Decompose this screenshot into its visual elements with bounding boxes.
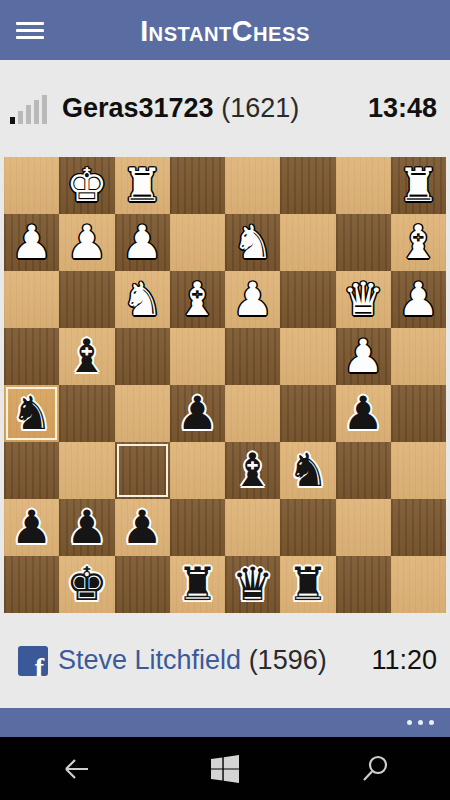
board-square[interactable]	[391, 556, 446, 613]
white-p-piece[interactable]: ♟	[336, 328, 391, 385]
board-square[interactable]: ♛	[225, 556, 280, 613]
board-square[interactable]	[336, 214, 391, 271]
board-square[interactable]: ♝	[225, 442, 280, 499]
signal-strength-icon	[10, 94, 50, 124]
board-square[interactable]: ♟	[115, 214, 170, 271]
board-square[interactable]	[225, 328, 280, 385]
board-square[interactable]	[170, 328, 225, 385]
board-square[interactable]	[336, 556, 391, 613]
white-p-piece[interactable]: ♟	[4, 214, 59, 271]
board-square[interactable]	[280, 271, 335, 328]
board-square[interactable]	[170, 499, 225, 556]
board-square[interactable]	[225, 499, 280, 556]
black-p-piece[interactable]: ♟	[4, 499, 59, 556]
white-p-piece[interactable]: ♟	[391, 271, 446, 328]
board-square[interactable]	[280, 499, 335, 556]
phone-nav-bar	[0, 737, 450, 800]
windows-start-button[interactable]	[150, 755, 300, 783]
top-player-name: Geras31723 (1621)	[62, 93, 299, 124]
board-square[interactable]: ♟	[115, 499, 170, 556]
black-r-piece[interactable]: ♜	[280, 556, 335, 613]
black-p-piece[interactable]: ♟	[115, 499, 170, 556]
white-q-piece[interactable]: ♛	[336, 271, 391, 328]
app-command-bar	[0, 708, 450, 737]
board-square[interactable]: ♟	[225, 271, 280, 328]
board-square[interactable]: ♝	[59, 328, 114, 385]
black-p-piece[interactable]: ♟	[170, 385, 225, 442]
search-icon	[359, 753, 391, 785]
board-square[interactable]	[336, 442, 391, 499]
board-square[interactable]: ♜	[391, 157, 446, 214]
board-square[interactable]: ♚	[59, 157, 114, 214]
board-square[interactable]: ♜	[280, 556, 335, 613]
board-square[interactable]	[336, 157, 391, 214]
top-player-clock: 13:48	[368, 93, 437, 124]
board-square[interactable]	[225, 385, 280, 442]
white-b-piece[interactable]: ♝	[391, 214, 446, 271]
board-square[interactable]	[115, 442, 170, 499]
white-p-piece[interactable]: ♟	[115, 214, 170, 271]
chess-board[interactable]: ♚♜♜♟♟♟♞♝♞♝♟♛♟♝♟♞♟♟♝♞♟♟♟♚♜♛♜	[4, 157, 446, 613]
back-button[interactable]	[0, 754, 150, 784]
board-square[interactable]	[4, 556, 59, 613]
board-square[interactable]: ♟	[59, 214, 114, 271]
black-q-piece[interactable]: ♛	[225, 556, 280, 613]
board-square[interactable]	[59, 271, 114, 328]
board-square[interactable]: ♟	[4, 499, 59, 556]
board-square[interactable]: ♟	[336, 328, 391, 385]
board-square[interactable]	[115, 385, 170, 442]
board-square[interactable]	[170, 442, 225, 499]
board-square[interactable]: ♝	[391, 214, 446, 271]
board-square[interactable]: ♟	[336, 385, 391, 442]
top-player-username: Geras31723	[62, 93, 214, 123]
board-square[interactable]	[115, 556, 170, 613]
bottom-player-clock: 11:20	[371, 645, 437, 676]
board-square[interactable]: ♞	[280, 442, 335, 499]
search-button[interactable]	[300, 753, 450, 785]
board-square[interactable]: ♟	[59, 499, 114, 556]
white-p-piece[interactable]: ♟	[59, 214, 114, 271]
board-square[interactable]	[170, 157, 225, 214]
board-square[interactable]	[391, 385, 446, 442]
board-square[interactable]	[225, 157, 280, 214]
white-k-piece[interactable]: ♚	[59, 157, 114, 214]
board-square[interactable]	[4, 271, 59, 328]
facebook-icon: f	[18, 646, 48, 676]
board-square[interactable]	[391, 442, 446, 499]
board-square[interactable]	[280, 385, 335, 442]
board-square[interactable]: ♛	[336, 271, 391, 328]
white-p-piece[interactable]: ♟	[225, 271, 280, 328]
black-n-piece[interactable]: ♞	[280, 442, 335, 499]
board-square[interactable]: ♞	[225, 214, 280, 271]
board-square[interactable]: ♟	[391, 271, 446, 328]
board-square[interactable]	[170, 214, 225, 271]
black-n-piece[interactable]: ♞	[4, 385, 59, 442]
bottom-player-bar: f Steve Litchfield (1596) 11:20	[0, 613, 450, 708]
board-square[interactable]	[59, 442, 114, 499]
black-r-piece[interactable]: ♜	[170, 556, 225, 613]
board-square[interactable]: ♞	[4, 385, 59, 442]
back-arrow-icon	[58, 754, 92, 784]
white-r-piece[interactable]: ♜	[391, 157, 446, 214]
board-square[interactable]	[336, 499, 391, 556]
board-square[interactable]: ♟	[170, 385, 225, 442]
board-square[interactable]	[115, 328, 170, 385]
board-square[interactable]	[4, 442, 59, 499]
bottom-player-username: Steve Litchfield	[58, 645, 241, 675]
board-square[interactable]: ♝	[170, 271, 225, 328]
board-square[interactable]	[59, 385, 114, 442]
app-header: InstantChess	[0, 0, 450, 60]
top-player-rating: (1621)	[221, 93, 299, 123]
white-r-piece[interactable]: ♜	[115, 157, 170, 214]
board-square[interactable]: ♚	[59, 556, 114, 613]
board-square[interactable]	[280, 214, 335, 271]
more-options-icon[interactable]	[401, 708, 434, 737]
board-square[interactable]: ♟	[4, 214, 59, 271]
black-b-piece[interactable]: ♝	[225, 442, 280, 499]
board-square[interactable]: ♞	[115, 271, 170, 328]
windows-logo-icon	[211, 755, 239, 783]
bottom-player-name: Steve Litchfield (1596)	[58, 645, 327, 676]
board-square[interactable]	[4, 157, 59, 214]
app-title: InstantChess	[9, 0, 441, 60]
white-n-piece[interactable]: ♞	[115, 271, 170, 328]
black-k-piece[interactable]: ♚	[59, 556, 114, 613]
board-square[interactable]	[280, 157, 335, 214]
board-square[interactable]	[280, 328, 335, 385]
white-b-piece[interactable]: ♝	[170, 271, 225, 328]
board-square[interactable]	[4, 328, 59, 385]
board-square[interactable]	[391, 499, 446, 556]
top-player-bar: Geras31723 (1621) 13:48	[0, 60, 450, 157]
board-square[interactable]: ♜	[170, 556, 225, 613]
black-p-piece[interactable]: ♟	[336, 385, 391, 442]
bottom-player-rating: (1596)	[249, 645, 327, 675]
white-n-piece[interactable]: ♞	[225, 214, 280, 271]
black-b-piece[interactable]: ♝	[59, 328, 114, 385]
black-p-piece[interactable]: ♟	[59, 499, 114, 556]
board-square[interactable]	[391, 328, 446, 385]
board-square[interactable]: ♜	[115, 157, 170, 214]
